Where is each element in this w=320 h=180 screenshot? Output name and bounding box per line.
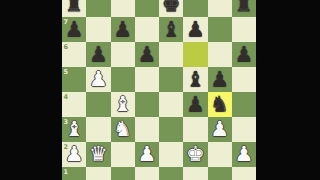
square-e1[interactable]: e [159, 167, 183, 180]
square-g8[interactable] [208, 0, 232, 17]
square-c6[interactable] [111, 42, 135, 67]
square-e4[interactable] [159, 92, 183, 117]
square-g6[interactable] [208, 42, 232, 67]
rank-label-2: 2 [64, 143, 69, 151]
square-f3[interactable] [183, 117, 207, 142]
piece-black-pawn-a7[interactable]: ♟ [62, 17, 86, 42]
square-h7[interactable] [232, 17, 256, 42]
square-d2[interactable]: ♟ [135, 142, 159, 167]
square-f6[interactable] [183, 42, 207, 67]
square-g1[interactable]: g [208, 167, 232, 180]
square-d6[interactable]: ♟ [135, 42, 159, 67]
piece-black-bishop-e7[interactable]: ♝ [159, 17, 183, 42]
letterbox-right [256, 0, 320, 180]
piece-black-pawn-d6[interactable]: ♟ [135, 42, 159, 67]
rank-label-7: 7 [64, 18, 69, 26]
square-b1[interactable]: b [86, 167, 110, 180]
piece-black-pawn-h6[interactable]: ♟ [232, 42, 256, 67]
square-d3[interactable] [135, 117, 159, 142]
square-d8[interactable] [135, 0, 159, 17]
piece-white-knight-c3[interactable]: ♞ [111, 117, 135, 142]
piece-white-pawn-b5[interactable]: ♟ [86, 67, 110, 92]
square-h8[interactable]: ♜ [232, 0, 256, 17]
square-c4[interactable]: ♝ [111, 92, 135, 117]
square-f4[interactable]: ♟ [183, 92, 207, 117]
square-d7[interactable] [135, 17, 159, 42]
square-g3[interactable]: ♟ [208, 117, 232, 142]
square-f5[interactable]: ♝ [183, 67, 207, 92]
piece-black-pawn-b6[interactable]: ♟ [86, 42, 110, 67]
square-f2[interactable]: ♚ [183, 142, 207, 167]
square-c2[interactable] [111, 142, 135, 167]
square-c8[interactable] [111, 0, 135, 17]
rank-label-4: 4 [64, 93, 69, 101]
rank-label-3: 3 [64, 118, 69, 126]
square-e6[interactable] [159, 42, 183, 67]
square-b4[interactable] [86, 92, 110, 117]
rank-label-8: 8 [64, 0, 69, 1]
square-b3[interactable] [86, 117, 110, 142]
square-e8[interactable]: ♚ [159, 0, 183, 17]
square-a5[interactable]: 5 [62, 67, 86, 92]
square-h6[interactable]: ♟ [232, 42, 256, 67]
square-c1[interactable]: c [111, 167, 135, 180]
square-g4[interactable]: ♞ [208, 92, 232, 117]
square-g7[interactable] [208, 17, 232, 42]
square-e5[interactable] [159, 67, 183, 92]
square-d1[interactable]: d [135, 167, 159, 180]
square-a2[interactable]: 2♟ [62, 142, 86, 167]
piece-white-bishop-a3[interactable]: ♝ [62, 117, 86, 142]
screenshot-root: 8♜♚♜7♟♟♝♟6♟♟♟5♟♝♟4♝♟♞3♝♞♟2♟♛♟♚♟1abcdefgh [0, 0, 320, 180]
square-e2[interactable] [159, 142, 183, 167]
square-h3[interactable] [232, 117, 256, 142]
piece-white-pawn-g3[interactable]: ♟ [208, 117, 232, 142]
square-b2[interactable]: ♛ [86, 142, 110, 167]
square-d4[interactable] [135, 92, 159, 117]
square-g5[interactable]: ♟ [208, 67, 232, 92]
piece-black-pawn-g5[interactable]: ♟ [208, 67, 232, 92]
piece-black-rook-a8[interactable]: ♜ [62, 0, 86, 17]
square-b7[interactable] [86, 17, 110, 42]
square-a6[interactable]: 6 [62, 42, 86, 67]
chess-board: 8♜♚♜7♟♟♝♟6♟♟♟5♟♝♟4♝♟♞3♝♞♟2♟♛♟♚♟1abcdefgh [62, 0, 256, 180]
rank-label-5: 5 [64, 68, 69, 76]
square-f1[interactable]: f [183, 167, 207, 180]
piece-white-pawn-d2[interactable]: ♟ [135, 142, 159, 167]
letterbox-left [0, 0, 62, 180]
rank-label-1: 1 [64, 168, 69, 176]
square-h4[interactable] [232, 92, 256, 117]
square-g2[interactable] [208, 142, 232, 167]
square-d5[interactable] [135, 67, 159, 92]
square-a4[interactable]: 4 [62, 92, 86, 117]
square-h5[interactable] [232, 67, 256, 92]
square-e7[interactable]: ♝ [159, 17, 183, 42]
piece-black-pawn-c7[interactable]: ♟ [111, 17, 135, 42]
piece-white-king-f2[interactable]: ♚ [183, 142, 207, 167]
piece-white-pawn-a2[interactable]: ♟ [62, 142, 86, 167]
piece-black-pawn-f7[interactable]: ♟ [183, 17, 207, 42]
square-h2[interactable]: ♟ [232, 142, 256, 167]
piece-white-queen-b2[interactable]: ♛ [86, 142, 110, 167]
piece-black-pawn-f4[interactable]: ♟ [183, 92, 207, 117]
square-c3[interactable]: ♞ [111, 117, 135, 142]
piece-black-rook-h8[interactable]: ♜ [232, 0, 256, 17]
square-a7[interactable]: 7♟ [62, 17, 86, 42]
square-a8[interactable]: 8♜ [62, 0, 86, 17]
piece-black-king-e8[interactable]: ♚ [159, 0, 183, 17]
square-a1[interactable]: 1a [62, 167, 86, 180]
square-a3[interactable]: 3♝ [62, 117, 86, 142]
square-f8[interactable] [183, 0, 207, 17]
square-b5[interactable]: ♟ [86, 67, 110, 92]
rank-label-6: 6 [64, 43, 69, 51]
square-h1[interactable]: h [232, 167, 256, 180]
square-f7[interactable]: ♟ [183, 17, 207, 42]
piece-black-knight-g4[interactable]: ♞ [208, 92, 232, 117]
piece-white-pawn-h2[interactable]: ♟ [232, 142, 256, 167]
piece-black-bishop-f5[interactable]: ♝ [183, 67, 207, 92]
square-e3[interactable] [159, 117, 183, 142]
square-b6[interactable]: ♟ [86, 42, 110, 67]
piece-white-bishop-c4[interactable]: ♝ [111, 92, 135, 117]
square-c7[interactable]: ♟ [111, 17, 135, 42]
square-c5[interactable] [111, 67, 135, 92]
square-b8[interactable] [86, 0, 110, 17]
